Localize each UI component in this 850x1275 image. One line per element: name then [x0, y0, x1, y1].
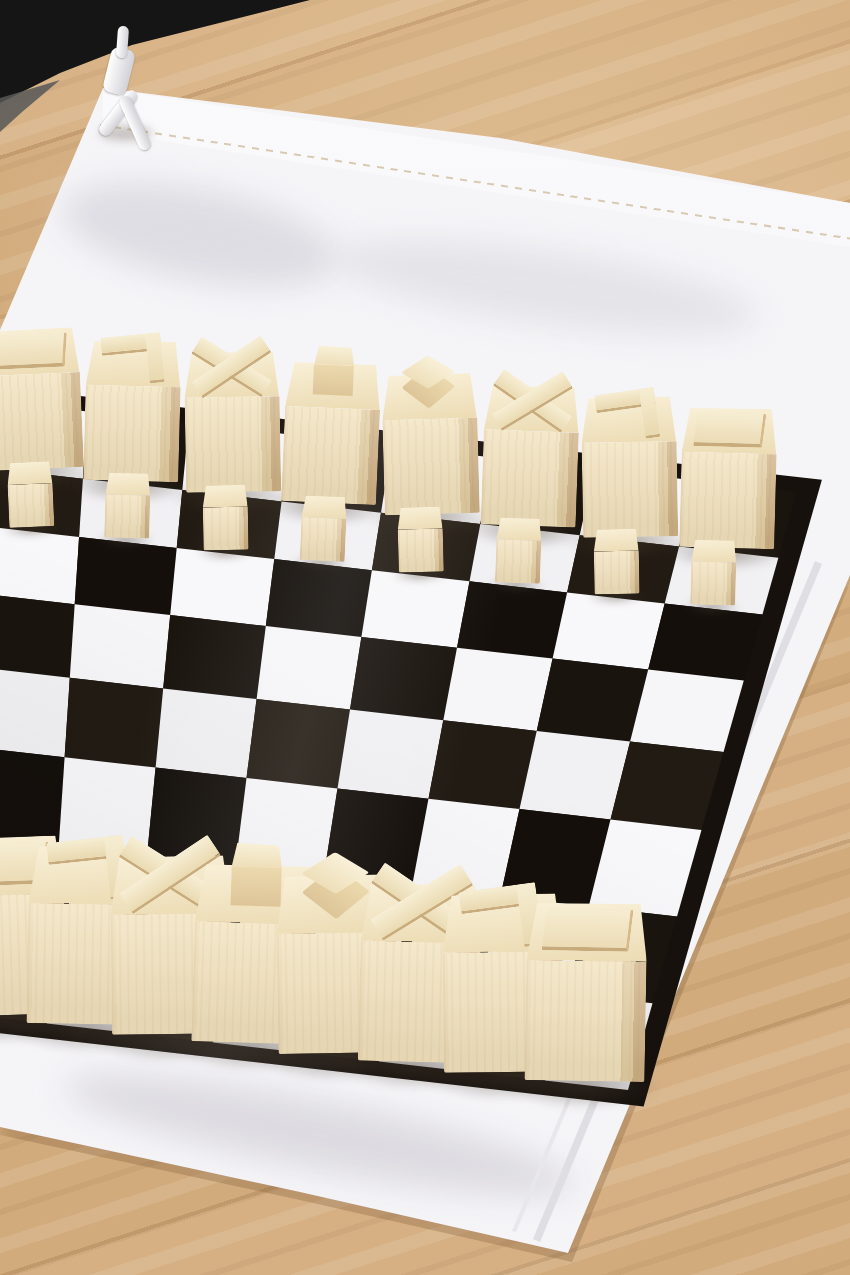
piece-white-rook-h1[interactable] [525, 902, 648, 1082]
piece-black-pawn-a7[interactable] [6, 461, 54, 528]
piece-black-knight-g8[interactable] [581, 396, 678, 537]
chess-pieces [0, 0, 850, 1275]
piece-top-face [202, 484, 247, 507]
piece-black-king-e8[interactable] [382, 373, 480, 515]
piece-front-face [84, 385, 181, 482]
queen-cube-top [232, 843, 283, 869]
piece-front-face [7, 484, 54, 529]
piece-front-face [680, 452, 777, 549]
piece-black-knight-b8[interactable] [84, 339, 182, 481]
piece-top-face [106, 473, 151, 497]
piece-top-face [301, 495, 347, 519]
rook-top-plate [542, 908, 634, 952]
piece-black-pawn-d7[interactable] [299, 495, 347, 562]
bishop-x-plate [488, 369, 577, 429]
l-bar-vertical [146, 332, 166, 383]
piece-black-pawn-e7[interactable] [397, 506, 444, 572]
piece-front-face [281, 406, 380, 505]
queen-top-cube [313, 345, 355, 396]
piece-front-face [480, 429, 578, 527]
piece-black-bishop-c8[interactable] [183, 351, 280, 492]
piece-top-face [496, 517, 542, 541]
piece-front-face [582, 442, 678, 538]
piece-black-rook-a8[interactable] [0, 327, 84, 471]
piece-top-face [691, 539, 736, 563]
piece-front-face [398, 529, 444, 573]
rook-top-plate [694, 412, 768, 448]
piece-front-face [105, 495, 151, 539]
knight-l-plate [594, 387, 660, 442]
piece-front-face [299, 517, 346, 562]
piece-top-face [6, 461, 52, 485]
knight-l-plate [101, 332, 166, 385]
photo-scene [0, 0, 850, 1275]
rook-top-plate [0, 332, 67, 369]
king-top-cube [407, 353, 452, 409]
piece-front-face [0, 373, 84, 472]
queen-cube-front [313, 364, 354, 396]
piece-front-face [593, 551, 639, 594]
piece-front-face [495, 539, 541, 583]
piece-black-rook-h8[interactable] [680, 407, 778, 549]
piece-front-face [690, 562, 736, 606]
piece-front-face [383, 419, 480, 516]
piece-black-pawn-h7[interactable] [690, 539, 737, 605]
queen-cube-top [314, 345, 354, 366]
piece-front-face [203, 507, 249, 550]
piece-black-bishop-f8[interactable] [480, 384, 579, 527]
piece-front-face [525, 960, 647, 1082]
piece-black-pawn-g7[interactable] [593, 528, 639, 594]
piece-top-face [397, 506, 442, 530]
piece-black-pawn-c7[interactable] [202, 484, 248, 550]
piece-front-face [184, 396, 280, 492]
piece-black-pawn-b7[interactable] [105, 473, 152, 539]
piece-black-queen-d8[interactable] [281, 361, 382, 505]
piece-black-pawn-f7[interactable] [495, 517, 542, 584]
king-top-cube [308, 848, 365, 919]
bishop-x-plate [187, 336, 275, 394]
piece-top-face [593, 528, 638, 551]
